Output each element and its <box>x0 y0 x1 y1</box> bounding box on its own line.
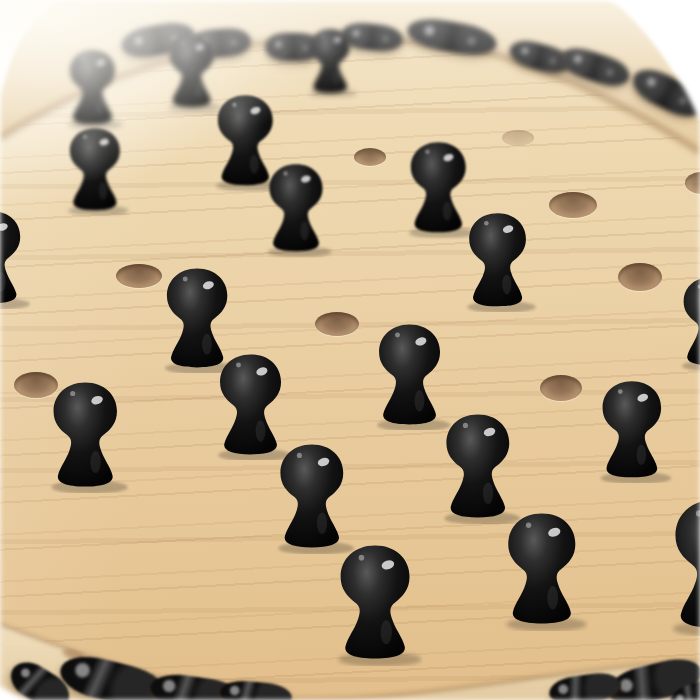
peg-7b[interactable] <box>327 544 423 666</box>
peg-6c[interactable] <box>434 413 522 524</box>
peg-7c[interactable] <box>495 512 589 631</box>
peg-3c[interactable] <box>259 163 333 257</box>
hole-2e[interactable] <box>502 130 534 146</box>
hole-4c[interactable] <box>315 312 359 336</box>
hole-4e[interactable] <box>618 263 662 291</box>
photo-stage: Close-up of a round wooden peg solitaire… <box>0 0 700 700</box>
peg-2b[interactable] <box>60 127 130 215</box>
peg-7d[interactable] <box>660 498 700 636</box>
peg-3a[interactable] <box>0 210 31 309</box>
hole-5d[interactable] <box>540 375 582 401</box>
peg-6d[interactable] <box>591 380 673 483</box>
peg-1b[interactable] <box>61 49 124 129</box>
peg-6b[interactable] <box>268 443 356 554</box>
hole-2d[interactable] <box>354 148 386 166</box>
peg-5e[interactable] <box>673 276 700 371</box>
peg-1d[interactable] <box>303 28 357 97</box>
peg-5a[interactable] <box>41 381 130 493</box>
hole-3e[interactable] <box>549 192 597 218</box>
peg-4d[interactable] <box>458 212 537 312</box>
